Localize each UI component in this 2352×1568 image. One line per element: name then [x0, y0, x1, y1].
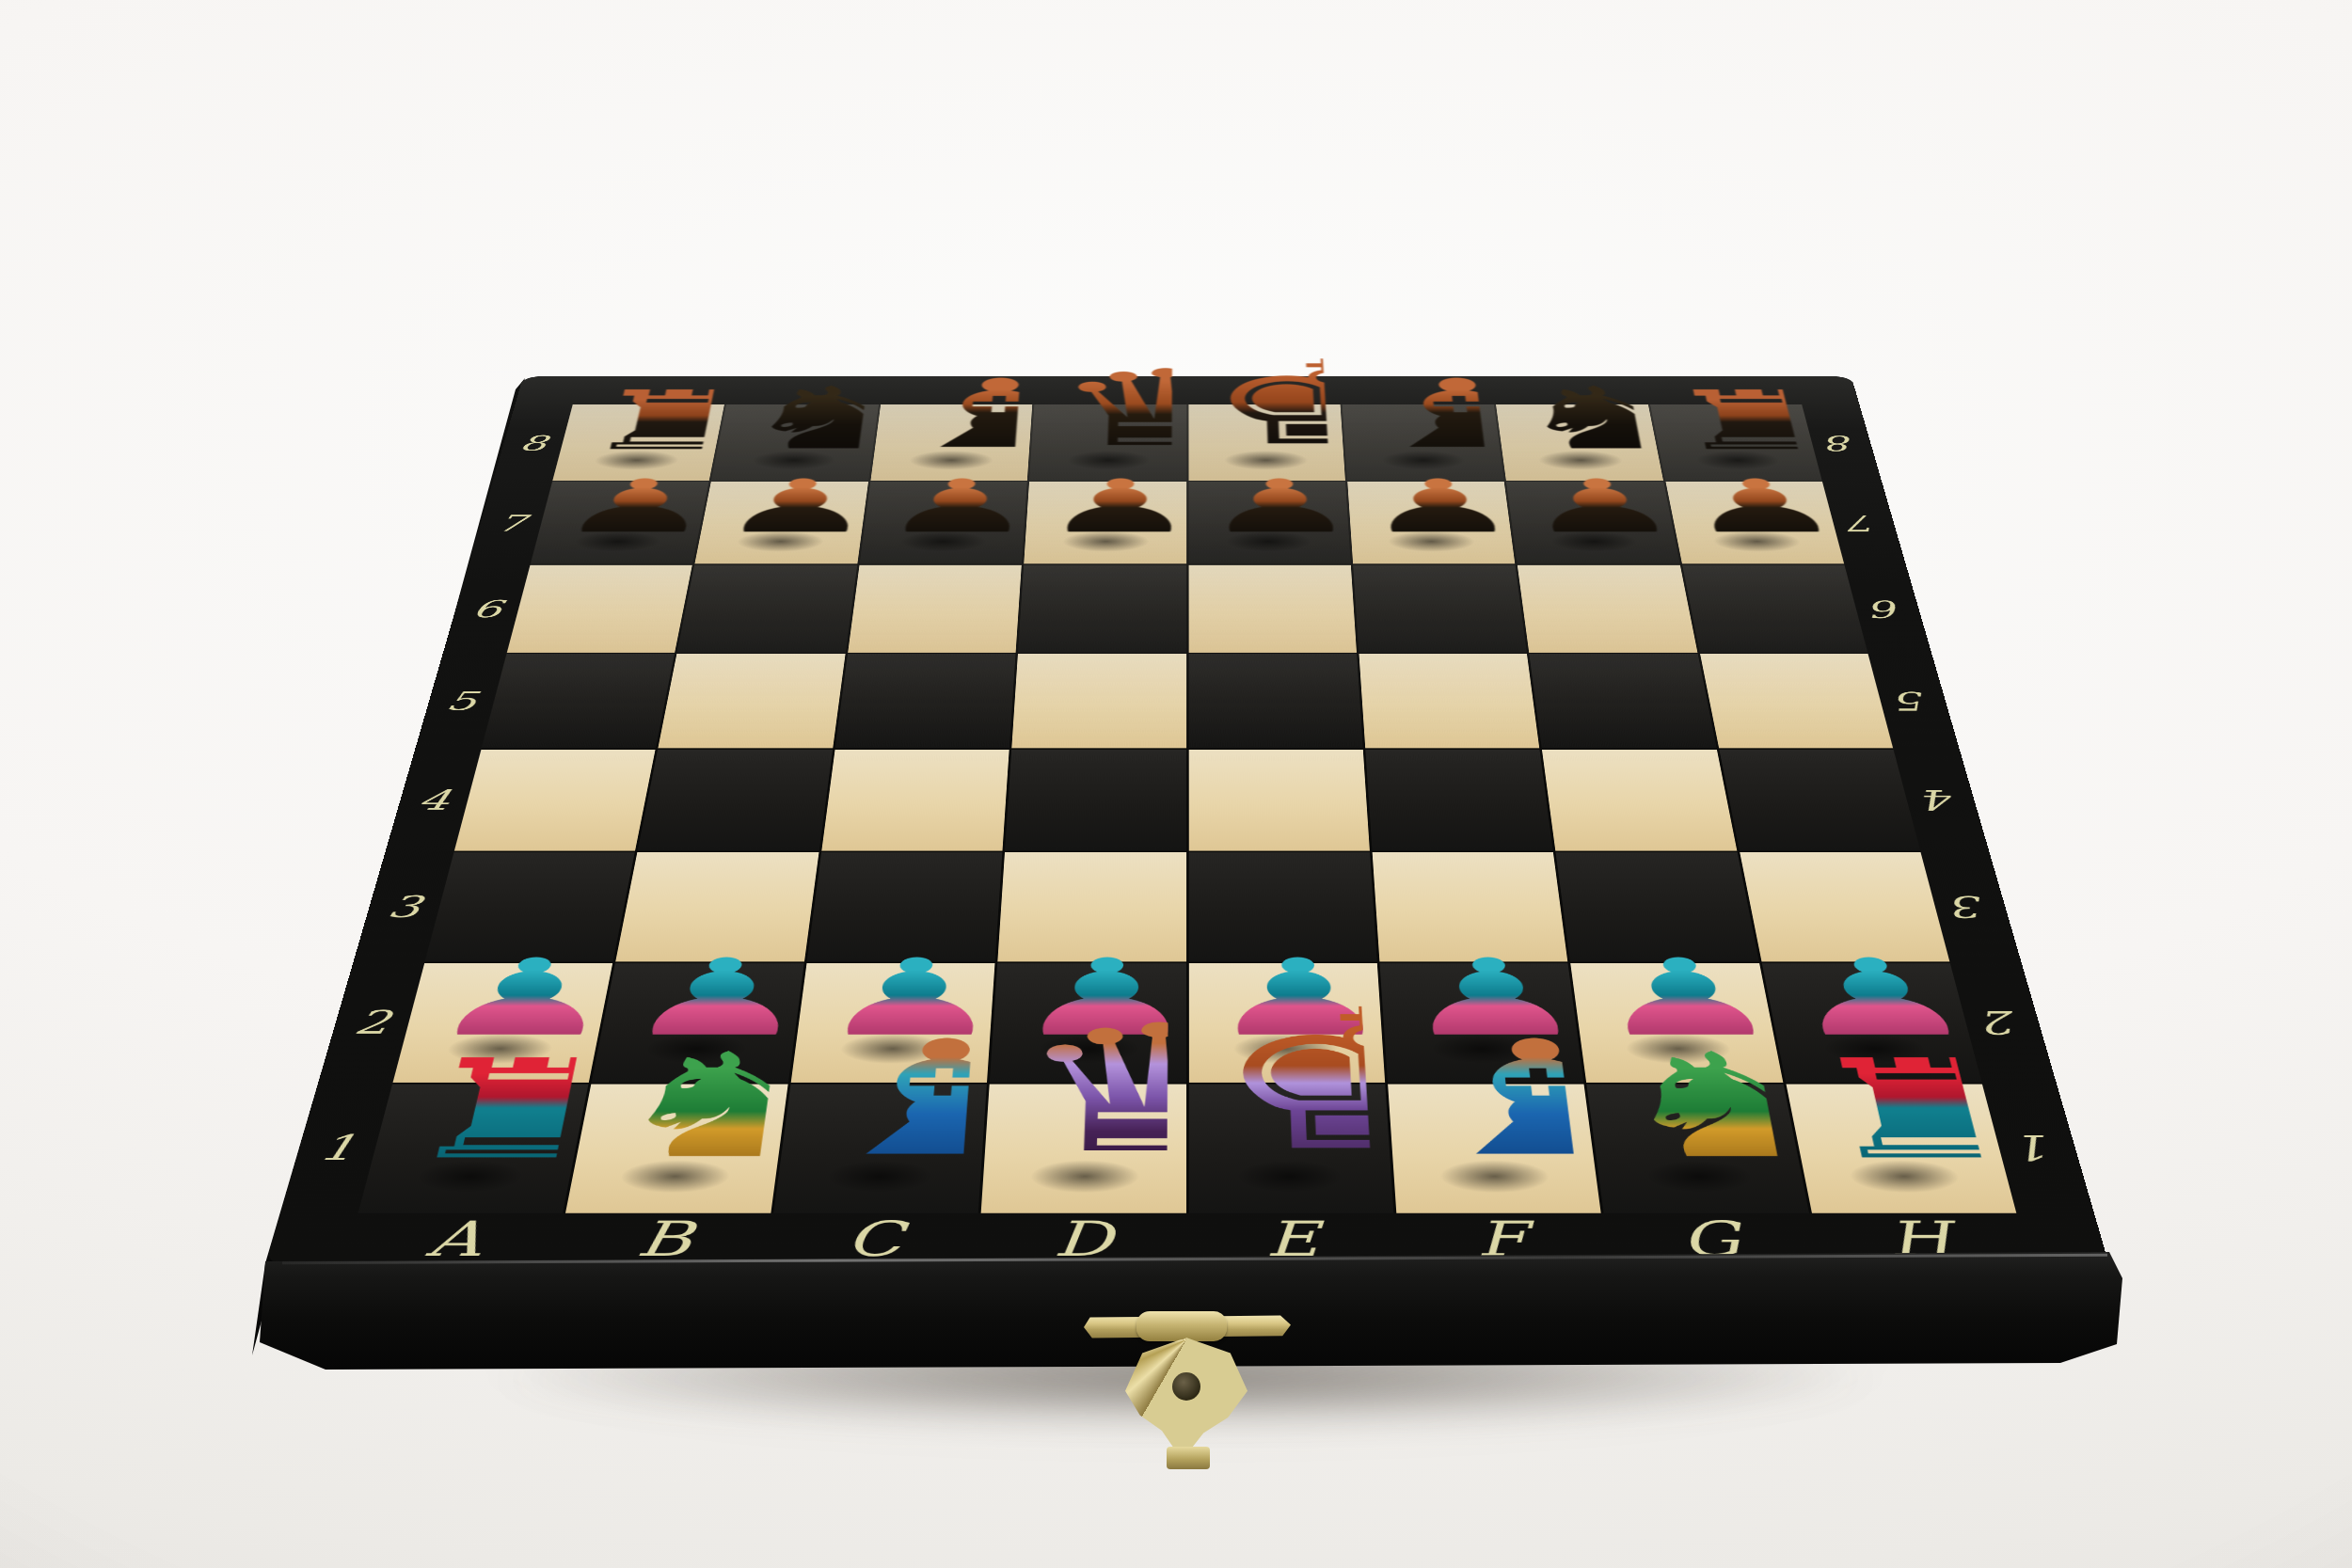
square-b5	[659, 654, 846, 748]
piece-black-bishop-f8: ♝	[1354, 367, 1486, 462]
chess-board: ABCDEFGH1122334455667788 ♜♞♝♛♚♝♞♜♟♟♟♟♟♟♟…	[265, 376, 2109, 1265]
board-front-face	[245, 1246, 2136, 1378]
square-a5	[482, 654, 675, 748]
square-g5	[1530, 654, 1717, 748]
square-a4	[454, 750, 656, 851]
square-d6	[1018, 565, 1186, 653]
piece-black-bishop-c8: ♝	[888, 367, 1021, 462]
rank-label-left-2: 2	[328, 999, 415, 1047]
rank-label-left-1: 1	[292, 1122, 382, 1175]
rank-label-left-8: 8	[500, 428, 566, 459]
square-d5	[1011, 654, 1185, 748]
square-h5	[1700, 654, 1893, 748]
photo-stage: ABCDEFGH1122334455667788 ♜♞♝♛♚♝♞♜♟♟♟♟♟♟♟…	[0, 0, 2352, 1568]
square-d4	[1005, 750, 1186, 851]
piece-white-bishop-f1: ♝	[1401, 1021, 1577, 1180]
square-a6	[507, 565, 692, 653]
rank-label-right-4: 4	[1901, 780, 1980, 821]
piece-black-knight-g8: ♞	[1506, 376, 1645, 463]
piece-black-pawn-g7: ♟	[1519, 470, 1660, 544]
piece-black-knight-b8: ♞	[731, 376, 869, 463]
piece-black-pawn-h7: ♟	[1677, 470, 1822, 544]
piece-black-pawn-b7: ♟	[715, 470, 855, 544]
piece-white-queen-d1: ♛	[1003, 1003, 1168, 1180]
file-label-a: A	[344, 1214, 565, 1266]
rank-label-right-3: 3	[1930, 885, 2012, 929]
square-f6	[1353, 565, 1527, 653]
square-c6	[848, 565, 1022, 653]
square-b4	[638, 750, 833, 851]
square-e4	[1188, 750, 1370, 851]
square-h4	[1719, 750, 1920, 851]
piece-white-knight-b1: ♞	[593, 1035, 777, 1180]
piece-black-pawn-f7: ♟	[1361, 470, 1497, 544]
rank-label-left-5: 5	[423, 682, 499, 721]
square-e6	[1188, 565, 1357, 653]
file-label-b: B	[555, 1214, 772, 1266]
piece-black-queen-d8: ♛	[1045, 356, 1172, 462]
piece-black-pawn-e7: ♟	[1203, 470, 1334, 544]
square-g4	[1542, 750, 1737, 851]
rank-label-right-6: 6	[1851, 592, 1924, 627]
square-e5	[1188, 654, 1362, 748]
piece-white-king-e1: ♚	[1206, 985, 1372, 1180]
piece-black-rook-h8: ♜	[1659, 380, 1802, 462]
square-b6	[677, 565, 857, 653]
rank-label-left-6: 6	[451, 592, 523, 627]
rank-label-right-5: 5	[1876, 682, 1951, 721]
piece-white-rook-h1: ♜	[1795, 1042, 1987, 1180]
square-c5	[835, 654, 1016, 748]
rank-label-left-7: 7	[476, 507, 546, 540]
square-f5	[1359, 654, 1539, 748]
square-f4	[1365, 750, 1553, 851]
piece-black-pawn-a7: ♟	[552, 470, 697, 544]
piece-black-king-e8: ♚	[1202, 346, 1329, 463]
rank-label-left-3: 3	[363, 885, 446, 929]
piece-white-bishop-c1: ♝	[798, 1021, 974, 1180]
square-h6	[1682, 565, 1867, 653]
piece-black-pawn-c7: ♟	[878, 470, 1013, 544]
square-g6	[1518, 565, 1697, 653]
piece-black-pawn-d7: ♟	[1041, 470, 1171, 544]
square-c4	[821, 750, 1009, 851]
piece-black-rook-a8: ♜	[573, 380, 716, 462]
rank-label-left-4: 4	[394, 780, 473, 821]
piece-white-knight-g1: ♞	[1597, 1035, 1782, 1180]
